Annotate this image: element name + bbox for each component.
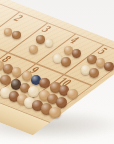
wooden-ball [89,68,99,78]
wooden-ball [29,45,38,54]
wooden-ball [12,31,20,39]
wooden-ball [36,35,44,43]
wooden-ball [49,107,61,119]
wooden-ball [0,75,10,85]
wooden-ball [56,97,67,108]
wooden-ball [61,57,70,66]
wooden-ball [28,86,39,97]
photo-backdrop: 12345678910 [0,0,114,144]
wooden-ball [39,78,49,88]
wooden-ball [4,28,12,36]
